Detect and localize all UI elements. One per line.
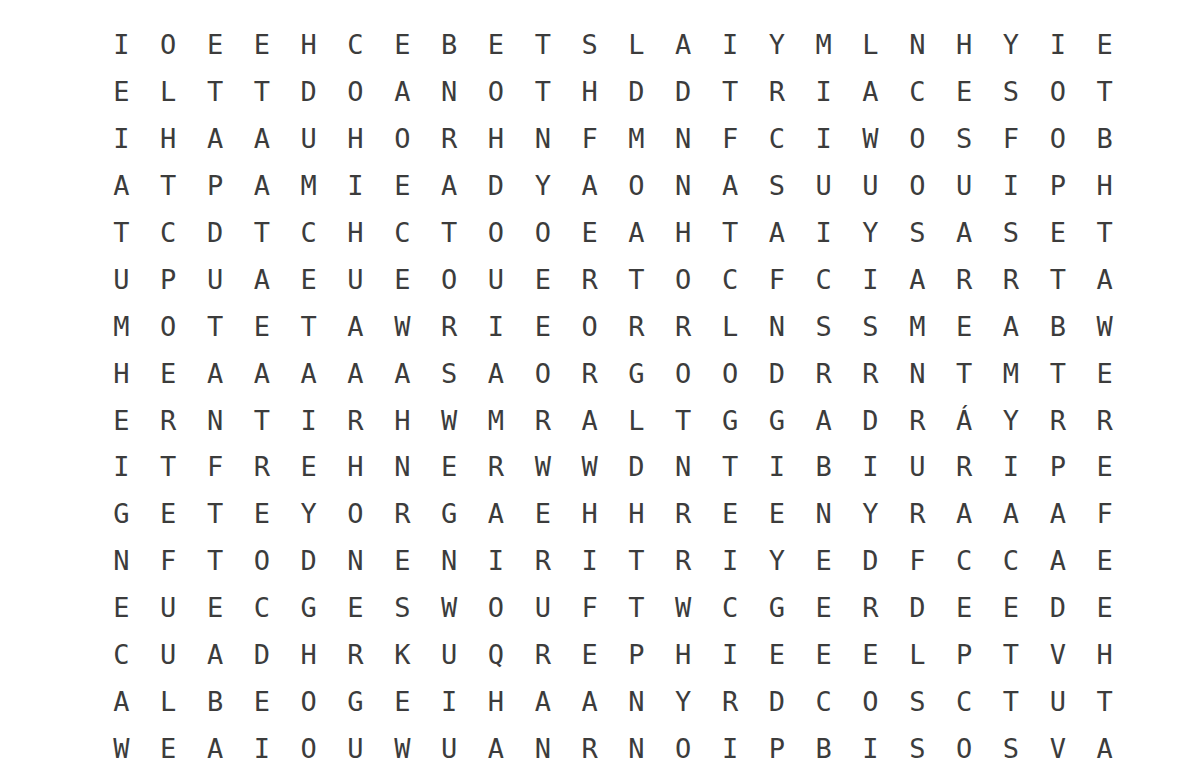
grid-cell[interactable]: U <box>519 585 566 632</box>
grid-cell[interactable]: N <box>613 726 660 768</box>
grid-cell[interactable]: E <box>988 585 1035 632</box>
grid-cell[interactable]: T <box>98 210 145 257</box>
grid-cell[interactable]: H <box>145 116 192 163</box>
grid-cell[interactable]: U <box>894 444 941 491</box>
grid-cell[interactable]: I <box>473 538 520 585</box>
grid-cell[interactable]: E <box>98 69 145 116</box>
grid-cell[interactable]: P <box>192 163 239 210</box>
grid-cell[interactable]: Y <box>660 679 707 726</box>
grid-cell[interactable]: L <box>613 22 660 69</box>
grid-cell[interactable]: E <box>238 491 285 538</box>
grid-cell[interactable]: A <box>285 351 332 398</box>
grid-cell[interactable]: A <box>379 69 426 116</box>
grid-cell[interactable]: D <box>894 585 941 632</box>
grid-cell[interactable]: Y <box>847 491 894 538</box>
grid-cell[interactable]: T <box>613 257 660 304</box>
grid-cell[interactable]: O <box>519 351 566 398</box>
grid-cell[interactable]: F <box>894 538 941 585</box>
grid-cell[interactable]: A <box>426 163 473 210</box>
grid-cell[interactable]: B <box>192 679 239 726</box>
grid-cell[interactable]: G <box>332 679 379 726</box>
grid-cell[interactable]: W <box>519 444 566 491</box>
grid-cell[interactable]: H <box>660 210 707 257</box>
grid-cell[interactable]: L <box>613 398 660 445</box>
grid-cell[interactable]: R <box>238 444 285 491</box>
grid-cell[interactable]: H <box>566 491 613 538</box>
grid-cell[interactable]: N <box>800 491 847 538</box>
grid-cell[interactable]: T <box>519 69 566 116</box>
grid-cell[interactable]: T <box>1034 257 1081 304</box>
grid-cell[interactable]: N <box>753 304 800 351</box>
grid-cell[interactable]: R <box>800 351 847 398</box>
grid-cell[interactable]: E <box>800 538 847 585</box>
grid-cell[interactable]: S <box>847 304 894 351</box>
grid-cell[interactable]: A <box>98 679 145 726</box>
grid-cell[interactable]: A <box>238 257 285 304</box>
grid-cell[interactable]: A <box>660 22 707 69</box>
grid-cell[interactable]: Y <box>988 398 1035 445</box>
grid-cell[interactable]: D <box>473 163 520 210</box>
grid-cell[interactable]: A <box>379 351 426 398</box>
grid-cell[interactable]: E <box>519 491 566 538</box>
grid-cell[interactable]: I <box>238 726 285 768</box>
grid-cell[interactable]: E <box>379 679 426 726</box>
grid-cell[interactable]: E <box>519 304 566 351</box>
grid-cell[interactable]: R <box>519 632 566 679</box>
grid-cell[interactable]: D <box>613 69 660 116</box>
grid-cell[interactable]: C <box>800 257 847 304</box>
grid-cell[interactable]: T <box>192 304 239 351</box>
grid-cell[interactable]: T <box>660 398 707 445</box>
grid-cell[interactable]: H <box>941 22 988 69</box>
grid-cell[interactable]: O <box>519 210 566 257</box>
grid-cell[interactable]: R <box>1034 398 1081 445</box>
grid-cell[interactable]: A <box>332 351 379 398</box>
grid-cell[interactable]: T <box>941 351 988 398</box>
grid-cell[interactable]: W <box>1081 304 1128 351</box>
grid-cell[interactable]: O <box>660 726 707 768</box>
grid-cell[interactable]: A <box>519 679 566 726</box>
grid-cell[interactable]: E <box>238 304 285 351</box>
grid-cell[interactable]: I <box>800 210 847 257</box>
grid-cell[interactable]: E <box>847 632 894 679</box>
grid-cell[interactable]: B <box>1081 116 1128 163</box>
grid-cell[interactable]: F <box>988 116 1035 163</box>
grid-cell[interactable]: E <box>1081 22 1128 69</box>
grid-cell[interactable]: C <box>894 69 941 116</box>
grid-cell[interactable]: E <box>145 351 192 398</box>
grid-cell[interactable]: A <box>894 257 941 304</box>
grid-cell[interactable]: U <box>145 632 192 679</box>
grid-cell[interactable]: T <box>613 585 660 632</box>
grid-cell[interactable]: D <box>613 444 660 491</box>
grid-cell[interactable]: L <box>847 22 894 69</box>
grid-cell[interactable]: L <box>145 69 192 116</box>
grid-cell[interactable]: R <box>473 444 520 491</box>
grid-cell[interactable]: T <box>1034 351 1081 398</box>
grid-cell[interactable]: T <box>707 69 754 116</box>
grid-cell[interactable]: L <box>145 679 192 726</box>
grid-cell[interactable]: I <box>988 444 1035 491</box>
grid-cell[interactable]: K <box>379 632 426 679</box>
grid-cell[interactable]: F <box>753 257 800 304</box>
grid-cell[interactable]: R <box>988 257 1035 304</box>
grid-cell[interactable]: T <box>238 69 285 116</box>
grid-cell[interactable]: W <box>379 726 426 768</box>
grid-cell[interactable]: U <box>426 726 473 768</box>
grid-cell[interactable]: F <box>1081 491 1128 538</box>
grid-cell[interactable]: D <box>660 69 707 116</box>
grid-cell[interactable]: I <box>285 398 332 445</box>
grid-cell[interactable]: W <box>847 116 894 163</box>
grid-cell[interactable]: T <box>988 679 1035 726</box>
grid-cell[interactable]: O <box>473 585 520 632</box>
grid-cell[interactable]: A <box>566 679 613 726</box>
grid-cell[interactable]: U <box>800 163 847 210</box>
grid-cell[interactable]: L <box>707 304 754 351</box>
grid-cell[interactable]: R <box>894 398 941 445</box>
grid-cell[interactable]: D <box>847 398 894 445</box>
grid-cell[interactable]: R <box>941 257 988 304</box>
grid-cell[interactable]: O <box>941 726 988 768</box>
grid-cell[interactable]: O <box>473 210 520 257</box>
grid-cell[interactable]: G <box>753 398 800 445</box>
grid-cell[interactable]: I <box>98 444 145 491</box>
grid-cell[interactable]: U <box>332 726 379 768</box>
grid-cell[interactable]: O <box>566 304 613 351</box>
grid-cell[interactable]: S <box>753 163 800 210</box>
grid-cell[interactable]: O <box>660 257 707 304</box>
grid-cell[interactable]: P <box>145 257 192 304</box>
grid-cell[interactable]: E <box>473 22 520 69</box>
grid-cell[interactable]: I <box>847 257 894 304</box>
grid-cell[interactable]: R <box>660 304 707 351</box>
grid-cell[interactable]: N <box>660 163 707 210</box>
grid-cell[interactable]: R <box>519 538 566 585</box>
grid-cell[interactable]: T <box>707 210 754 257</box>
grid-cell[interactable]: U <box>192 257 239 304</box>
grid-cell[interactable]: R <box>566 257 613 304</box>
grid-cell[interactable]: I <box>332 163 379 210</box>
grid-cell[interactable]: O <box>332 491 379 538</box>
grid-cell[interactable]: O <box>894 163 941 210</box>
grid-cell[interactable]: T <box>145 163 192 210</box>
grid-cell[interactable]: T <box>285 304 332 351</box>
grid-cell[interactable]: H <box>332 116 379 163</box>
grid-cell[interactable]: T <box>192 69 239 116</box>
grid-cell[interactable]: I <box>800 69 847 116</box>
grid-cell[interactable]: B <box>426 22 473 69</box>
grid-cell[interactable]: M <box>285 163 332 210</box>
grid-cell[interactable]: S <box>988 726 1035 768</box>
grid-cell[interactable]: Y <box>753 22 800 69</box>
grid-cell[interactable]: E <box>1081 585 1128 632</box>
grid-cell[interactable]: A <box>473 351 520 398</box>
grid-cell[interactable]: N <box>660 444 707 491</box>
grid-cell[interactable]: C <box>238 585 285 632</box>
grid-cell[interactable]: H <box>566 69 613 116</box>
grid-cell[interactable]: O <box>145 304 192 351</box>
grid-cell[interactable]: I <box>426 679 473 726</box>
grid-cell[interactable]: O <box>660 351 707 398</box>
grid-cell[interactable]: E <box>800 632 847 679</box>
grid-cell[interactable]: U <box>473 257 520 304</box>
grid-cell[interactable]: O <box>145 22 192 69</box>
grid-cell[interactable]: N <box>426 538 473 585</box>
grid-cell[interactable]: H <box>379 398 426 445</box>
grid-cell[interactable]: A <box>613 210 660 257</box>
grid-cell[interactable]: T <box>192 491 239 538</box>
grid-cell[interactable]: C <box>753 116 800 163</box>
grid-cell[interactable]: R <box>660 491 707 538</box>
grid-cell[interactable]: M <box>613 116 660 163</box>
grid-cell[interactable]: H <box>1081 632 1128 679</box>
grid-cell[interactable]: D <box>238 632 285 679</box>
grid-cell[interactable]: E <box>941 69 988 116</box>
grid-cell[interactable]: A <box>566 163 613 210</box>
grid-cell[interactable]: S <box>894 726 941 768</box>
grid-cell[interactable]: T <box>988 632 1035 679</box>
grid-cell[interactable]: C <box>98 632 145 679</box>
grid-cell[interactable]: N <box>613 679 660 726</box>
grid-cell[interactable]: T <box>1081 679 1128 726</box>
grid-cell[interactable]: A <box>1081 726 1128 768</box>
grid-cell[interactable]: E <box>1081 351 1128 398</box>
grid-cell[interactable]: A <box>1034 538 1081 585</box>
grid-cell[interactable]: P <box>941 632 988 679</box>
grid-cell[interactable]: T <box>707 444 754 491</box>
grid-cell[interactable]: M <box>988 351 1035 398</box>
grid-cell[interactable]: T <box>613 538 660 585</box>
grid-cell[interactable]: O <box>894 116 941 163</box>
grid-cell[interactable]: W <box>379 304 426 351</box>
grid-cell[interactable]: N <box>332 538 379 585</box>
grid-cell[interactable]: S <box>379 585 426 632</box>
grid-cell[interactable]: H <box>332 444 379 491</box>
grid-cell[interactable]: O <box>285 679 332 726</box>
grid-cell[interactable]: H <box>473 116 520 163</box>
grid-cell[interactable]: W <box>660 585 707 632</box>
grid-cell[interactable]: U <box>847 163 894 210</box>
grid-cell[interactable]: N <box>894 351 941 398</box>
grid-cell[interactable]: O <box>847 679 894 726</box>
grid-cell[interactable]: O <box>285 726 332 768</box>
grid-cell[interactable]: I <box>1034 22 1081 69</box>
grid-cell[interactable]: O <box>379 116 426 163</box>
grid-cell[interactable]: S <box>894 210 941 257</box>
grid-cell[interactable]: N <box>98 538 145 585</box>
grid-cell[interactable]: V <box>1034 632 1081 679</box>
grid-cell[interactable]: V <box>1034 726 1081 768</box>
grid-cell[interactable]: U <box>941 163 988 210</box>
grid-cell[interactable]: B <box>800 444 847 491</box>
grid-cell[interactable]: I <box>707 632 754 679</box>
grid-cell[interactable]: C <box>800 679 847 726</box>
grid-cell[interactable]: H <box>285 22 332 69</box>
grid-cell[interactable]: R <box>145 398 192 445</box>
grid-cell[interactable]: E <box>238 22 285 69</box>
grid-cell[interactable]: E <box>566 632 613 679</box>
grid-cell[interactable]: I <box>707 726 754 768</box>
grid-cell[interactable]: T <box>1081 210 1128 257</box>
grid-cell[interactable]: W <box>426 398 473 445</box>
grid-cell[interactable]: N <box>894 22 941 69</box>
grid-cell[interactable]: F <box>145 538 192 585</box>
grid-cell[interactable]: O <box>1034 116 1081 163</box>
grid-cell[interactable]: N <box>519 726 566 768</box>
grid-cell[interactable]: R <box>519 398 566 445</box>
grid-cell[interactable]: E <box>379 257 426 304</box>
grid-cell[interactable]: A <box>707 163 754 210</box>
grid-cell[interactable]: C <box>707 257 754 304</box>
grid-cell[interactable]: T <box>519 22 566 69</box>
grid-cell[interactable]: R <box>332 632 379 679</box>
grid-cell[interactable]: M <box>473 398 520 445</box>
grid-cell[interactable]: N <box>379 444 426 491</box>
grid-cell[interactable]: L <box>894 632 941 679</box>
grid-cell[interactable]: E <box>285 257 332 304</box>
grid-cell[interactable]: A <box>847 69 894 116</box>
grid-cell[interactable]: Y <box>753 538 800 585</box>
grid-cell[interactable]: T <box>1081 69 1128 116</box>
grid-cell[interactable]: A <box>988 304 1035 351</box>
grid-cell[interactable]: C <box>941 538 988 585</box>
grid-cell[interactable]: E <box>1081 444 1128 491</box>
grid-cell[interactable]: E <box>145 491 192 538</box>
grid-cell[interactable]: C <box>332 22 379 69</box>
grid-cell[interactable]: R <box>1081 398 1128 445</box>
grid-cell[interactable]: C <box>285 210 332 257</box>
grid-cell[interactable]: O <box>473 69 520 116</box>
grid-cell[interactable]: E <box>941 585 988 632</box>
grid-cell[interactable]: B <box>800 726 847 768</box>
grid-cell[interactable]: A <box>192 632 239 679</box>
grid-cell[interactable]: A <box>1034 491 1081 538</box>
grid-cell[interactable]: D <box>753 351 800 398</box>
grid-cell[interactable]: S <box>988 69 1035 116</box>
grid-cell[interactable]: E <box>379 22 426 69</box>
grid-cell[interactable]: E <box>98 398 145 445</box>
grid-cell[interactable]: D <box>753 679 800 726</box>
grid-cell[interactable]: U <box>145 585 192 632</box>
grid-cell[interactable]: A <box>238 351 285 398</box>
grid-cell[interactable]: H <box>660 632 707 679</box>
grid-cell[interactable]: E <box>707 491 754 538</box>
grid-cell[interactable]: U <box>1034 679 1081 726</box>
grid-cell[interactable]: P <box>613 632 660 679</box>
grid-cell[interactable]: W <box>98 726 145 768</box>
grid-cell[interactable]: I <box>707 538 754 585</box>
grid-cell[interactable]: I <box>800 116 847 163</box>
grid-cell[interactable]: D <box>847 538 894 585</box>
grid-cell[interactable]: I <box>98 22 145 69</box>
grid-cell[interactable]: E <box>379 538 426 585</box>
grid-cell[interactable]: M <box>894 304 941 351</box>
grid-cell[interactable]: O <box>1034 69 1081 116</box>
grid-cell[interactable]: P <box>753 726 800 768</box>
grid-cell[interactable]: N <box>192 398 239 445</box>
grid-cell[interactable]: R <box>566 726 613 768</box>
grid-cell[interactable]: R <box>426 304 473 351</box>
grid-cell[interactable]: W <box>426 585 473 632</box>
grid-cell[interactable]: T <box>238 210 285 257</box>
grid-cell[interactable]: A <box>800 398 847 445</box>
grid-cell[interactable]: Á <box>941 398 988 445</box>
grid-cell[interactable]: R <box>707 679 754 726</box>
grid-cell[interactable]: E <box>519 257 566 304</box>
grid-cell[interactable]: C <box>145 210 192 257</box>
grid-cell[interactable]: W <box>566 444 613 491</box>
grid-cell[interactable]: E <box>98 585 145 632</box>
grid-cell[interactable]: A <box>941 210 988 257</box>
grid-cell[interactable]: D <box>192 210 239 257</box>
grid-cell[interactable]: E <box>426 444 473 491</box>
grid-cell[interactable]: R <box>613 304 660 351</box>
grid-cell[interactable]: E <box>753 491 800 538</box>
grid-cell[interactable]: E <box>1034 210 1081 257</box>
grid-cell[interactable]: H <box>332 210 379 257</box>
grid-cell[interactable]: G <box>426 491 473 538</box>
grid-cell[interactable]: F <box>707 116 754 163</box>
grid-cell[interactable]: P <box>1034 163 1081 210</box>
grid-cell[interactable]: S <box>566 22 613 69</box>
grid-cell[interactable]: I <box>473 304 520 351</box>
grid-cell[interactable]: A <box>332 304 379 351</box>
grid-cell[interactable]: A <box>473 726 520 768</box>
grid-cell[interactable]: R <box>847 351 894 398</box>
grid-cell[interactable]: H <box>285 632 332 679</box>
grid-cell[interactable]: E <box>753 632 800 679</box>
grid-cell[interactable]: I <box>566 538 613 585</box>
grid-cell[interactable]: M <box>98 304 145 351</box>
grid-cell[interactable]: R <box>894 491 941 538</box>
grid-cell[interactable]: U <box>285 116 332 163</box>
grid-cell[interactable]: O <box>613 163 660 210</box>
grid-cell[interactable]: S <box>426 351 473 398</box>
grid-cell[interactable]: F <box>566 585 613 632</box>
grid-cell[interactable]: H <box>473 679 520 726</box>
grid-cell[interactable]: G <box>613 351 660 398</box>
grid-cell[interactable]: R <box>753 69 800 116</box>
grid-cell[interactable]: I <box>753 444 800 491</box>
grid-cell[interactable]: I <box>707 22 754 69</box>
grid-cell[interactable]: G <box>98 491 145 538</box>
grid-cell[interactable]: R <box>941 444 988 491</box>
grid-cell[interactable]: N <box>660 116 707 163</box>
grid-cell[interactable]: D <box>285 69 332 116</box>
grid-cell[interactable]: B <box>1034 304 1081 351</box>
grid-cell[interactable]: O <box>332 69 379 116</box>
grid-cell[interactable]: R <box>332 398 379 445</box>
grid-cell[interactable]: F <box>192 444 239 491</box>
grid-cell[interactable]: A <box>192 116 239 163</box>
grid-cell[interactable]: M <box>800 22 847 69</box>
grid-cell[interactable]: C <box>988 538 1035 585</box>
grid-cell[interactable]: Y <box>847 210 894 257</box>
grid-cell[interactable]: C <box>941 679 988 726</box>
grid-cell[interactable]: E <box>238 679 285 726</box>
grid-cell[interactable]: I <box>847 726 894 768</box>
grid-cell[interactable]: I <box>847 444 894 491</box>
grid-cell[interactable]: I <box>988 163 1035 210</box>
grid-cell[interactable]: T <box>426 210 473 257</box>
grid-cell[interactable]: Y <box>519 163 566 210</box>
grid-cell[interactable]: E <box>145 726 192 768</box>
grid-cell[interactable]: I <box>98 116 145 163</box>
grid-cell[interactable]: A <box>566 398 613 445</box>
grid-cell[interactable]: G <box>285 585 332 632</box>
grid-cell[interactable]: E <box>566 210 613 257</box>
